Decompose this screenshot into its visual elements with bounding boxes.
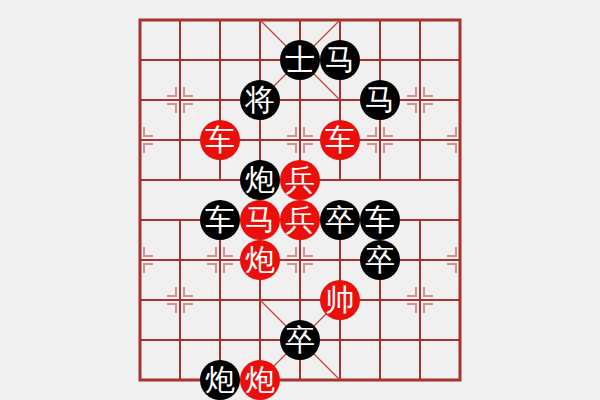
- piece-black-soldier[interactable]: 卒: [320, 200, 360, 240]
- piece-black-chariot[interactable]: 车: [200, 200, 240, 240]
- piece-red-cannon[interactable]: 炮: [240, 240, 280, 280]
- piece-red-general[interactable]: 帅: [320, 280, 360, 320]
- piece-black-horse[interactable]: 马: [320, 40, 360, 80]
- piece-red-cannon[interactable]: 炮: [240, 360, 280, 400]
- piece-black-chariot[interactable]: 车: [360, 200, 400, 240]
- piece-black-general[interactable]: 将: [240, 80, 280, 120]
- piece-black-advisor[interactable]: 士: [280, 40, 320, 80]
- piece-red-soldier[interactable]: 兵: [280, 200, 320, 240]
- piece-red-chariot[interactable]: 车: [320, 120, 360, 160]
- piece-black-cannon[interactable]: 炮: [200, 360, 240, 400]
- board-container: 士马将马车车炮兵车马兵卒车炮卒帅卒炮炮: [0, 0, 600, 400]
- piece-black-soldier[interactable]: 卒: [280, 320, 320, 360]
- piece-red-horse[interactable]: 马: [240, 200, 280, 240]
- piece-red-soldier[interactable]: 兵: [280, 160, 320, 200]
- piece-black-horse[interactable]: 马: [360, 80, 400, 120]
- piece-red-chariot[interactable]: 车: [200, 120, 240, 160]
- piece-black-soldier[interactable]: 卒: [360, 240, 400, 280]
- piece-black-cannon[interactable]: 炮: [240, 160, 280, 200]
